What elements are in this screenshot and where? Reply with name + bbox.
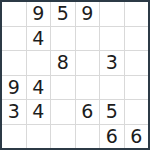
cell-r5c2[interactable]: 4 <box>27 100 51 124</box>
cell-r6c5[interactable]: 6 <box>100 125 124 149</box>
cell-r6c1[interactable] <box>2 125 26 149</box>
cell-r3c6[interactable] <box>125 51 149 75</box>
cell-r1c3[interactable]: 5 <box>51 2 75 26</box>
cell-r3c4[interactable] <box>76 51 100 75</box>
cell-r4c2[interactable]: 4 <box>27 76 51 100</box>
cell-r5c4[interactable]: 6 <box>76 100 100 124</box>
cell-r3c3[interactable]: 8 <box>51 51 75 75</box>
cell-r6c6[interactable]: 6 <box>125 125 149 149</box>
cell-r4c5[interactable] <box>100 76 124 100</box>
cell-r6c3[interactable] <box>51 125 75 149</box>
cell-r4c4[interactable] <box>76 76 100 100</box>
cell-r2c4[interactable] <box>76 27 100 51</box>
cell-r4c3[interactable] <box>51 76 75 100</box>
cell-r5c6[interactable] <box>125 100 149 124</box>
cell-r2c6[interactable] <box>125 27 149 51</box>
cell-r6c4[interactable] <box>76 125 100 149</box>
cell-r4c6[interactable] <box>125 76 149 100</box>
cell-r5c1[interactable]: 3 <box>2 100 26 124</box>
cell-r3c5[interactable]: 3 <box>100 51 124 75</box>
cell-r1c1[interactable] <box>2 2 26 26</box>
cell-r6c2[interactable] <box>27 125 51 149</box>
sudoku-board: 95948394346566 <box>0 0 150 150</box>
cell-r5c5[interactable]: 5 <box>100 100 124 124</box>
cell-r1c2[interactable]: 9 <box>27 2 51 26</box>
cell-r2c2[interactable]: 4 <box>27 27 51 51</box>
cell-r4c1[interactable]: 9 <box>2 76 26 100</box>
cell-r2c3[interactable] <box>51 27 75 51</box>
cell-r3c2[interactable] <box>27 51 51 75</box>
cell-r2c1[interactable] <box>2 27 26 51</box>
cell-r1c4[interactable]: 9 <box>76 2 100 26</box>
cell-r2c5[interactable] <box>100 27 124 51</box>
cell-r5c3[interactable] <box>51 100 75 124</box>
cell-r1c5[interactable] <box>100 2 124 26</box>
cell-r1c6[interactable] <box>125 2 149 26</box>
cell-r3c1[interactable] <box>2 51 26 75</box>
